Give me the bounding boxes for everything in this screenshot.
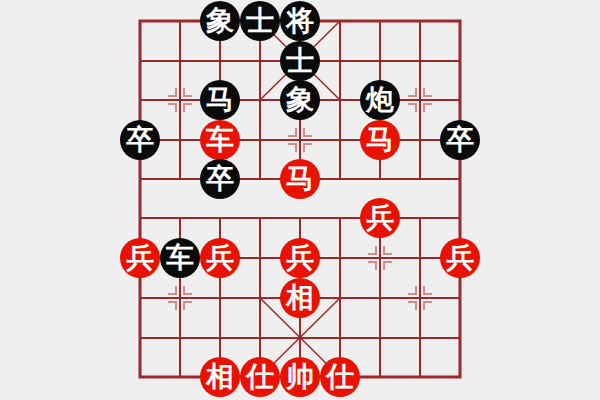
- piece-red-horse[interactable]: 马: [360, 120, 400, 160]
- pieces-layer: 象士将士马象炮卒车马卒卒马兵兵车兵兵兵相相仕帅仕: [0, 0, 600, 400]
- piece-red-general[interactable]: 帅: [280, 357, 320, 397]
- piece-black-general[interactable]: 将: [280, 1, 320, 41]
- piece-red-horse[interactable]: 马: [280, 159, 320, 199]
- piece-red-elephant[interactable]: 相: [280, 278, 320, 318]
- piece-red-elephant[interactable]: 相: [200, 357, 240, 397]
- piece-black-elephant[interactable]: 象: [280, 80, 320, 120]
- piece-black-cannon[interactable]: 炮: [360, 80, 400, 120]
- piece-red-advisor[interactable]: 仕: [320, 357, 360, 397]
- piece-black-elephant[interactable]: 象: [200, 1, 240, 41]
- xiangqi-board: 象士将士马象炮卒车马卒卒马兵兵车兵兵兵相相仕帅仕: [0, 0, 600, 400]
- piece-red-soldier[interactable]: 兵: [120, 238, 160, 278]
- piece-red-chariot[interactable]: 车: [200, 120, 240, 160]
- piece-red-soldier[interactable]: 兵: [440, 238, 480, 278]
- piece-black-horse[interactable]: 马: [200, 80, 240, 120]
- piece-black-soldier[interactable]: 卒: [120, 120, 160, 160]
- piece-black-soldier[interactable]: 卒: [440, 120, 480, 160]
- piece-black-soldier[interactable]: 卒: [200, 159, 240, 199]
- piece-black-chariot[interactable]: 车: [160, 238, 200, 278]
- piece-red-advisor[interactable]: 仕: [240, 357, 280, 397]
- piece-red-soldier[interactable]: 兵: [360, 198, 400, 238]
- piece-black-advisor[interactable]: 士: [280, 41, 320, 81]
- piece-black-advisor[interactable]: 士: [240, 1, 280, 41]
- piece-red-soldier[interactable]: 兵: [280, 238, 320, 278]
- piece-red-soldier[interactable]: 兵: [200, 238, 240, 278]
